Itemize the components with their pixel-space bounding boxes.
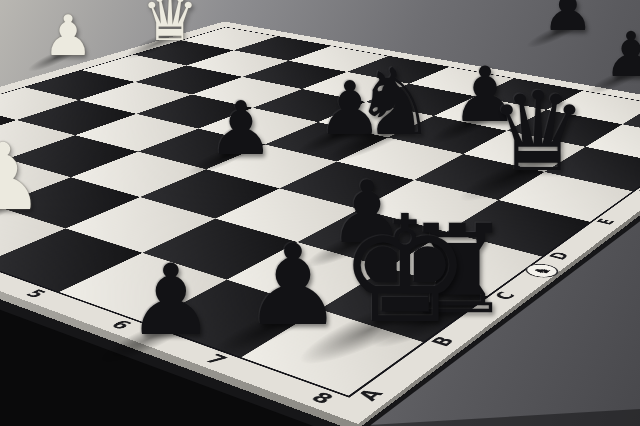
white-pawn-b2: ♟ bbox=[43, 8, 93, 64]
chessboard-photo: ABCDEFGH 12345678 ♞ ♟♛♟♟♟♟♟♞♟♛♟♟♟♚♜ bbox=[0, 0, 640, 426]
black-pawn-a7: ♟ bbox=[127, 251, 215, 349]
black-king-b8: ♚ bbox=[339, 196, 472, 344]
white-pawn-a4: ♟ bbox=[0, 132, 44, 224]
white-queen-d1: ♛ bbox=[141, 0, 198, 50]
black-pawn-c5: ♟ bbox=[208, 91, 274, 165]
black-pawn-a8: ♟ bbox=[243, 229, 343, 341]
black-knight-e6: ♞ bbox=[354, 57, 436, 149]
black-queen-e8: ♛ bbox=[489, 77, 588, 187]
black-pawn-g6: ♟ bbox=[603, 24, 640, 86]
black-pawn-g5: ♟ bbox=[542, 0, 594, 39]
knight-icon: ♞ bbox=[528, 265, 556, 276]
piece-shadow bbox=[524, 15, 585, 51]
